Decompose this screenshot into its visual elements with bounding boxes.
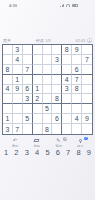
cell-r3c6[interactable] [52, 65, 62, 75]
game-info-bar: 简单 错误 1/3 02:41 [0, 36, 95, 44]
cell-r3c8[interactable]: 6 [72, 65, 82, 75]
cell-r1c7[interactable]: 8 [62, 45, 72, 55]
status-bar: 4:39 [0, 0, 95, 11]
cell-r4c5[interactable] [43, 75, 53, 85]
undo-icon: ↶ [13, 138, 17, 143]
cell-r3c2[interactable] [13, 65, 23, 75]
cell-r7c3[interactable] [23, 104, 33, 114]
cell-r2c6[interactable]: 3 [52, 55, 62, 65]
cell-r5c8[interactable]: 8 [72, 85, 82, 95]
cell-r7c6[interactable] [52, 104, 62, 114]
cell-r7c7[interactable] [62, 104, 72, 114]
cell-r9c7[interactable] [62, 124, 72, 134]
cell-r5c2[interactable]: 9 [13, 85, 23, 95]
cell-r9c2[interactable]: 7 [13, 124, 23, 134]
cell-r8c9[interactable]: 9 [82, 114, 92, 124]
cell-r8c4[interactable] [33, 114, 43, 124]
numpad-key-8[interactable]: 8 [76, 149, 80, 157]
cell-r8c6[interactable]: 6 [52, 114, 62, 124]
cell-r6c6[interactable]: 8 [52, 94, 62, 104]
cell-r9c5[interactable]: 8 [43, 124, 53, 134]
cell-r9c9[interactable] [82, 124, 92, 134]
numpad: 123456789 [0, 148, 95, 158]
cell-r2c7[interactable] [62, 55, 72, 65]
cell-r2c4[interactable] [33, 55, 43, 65]
cell-r1c5[interactable] [43, 45, 53, 55]
cell-r4c7[interactable]: 4 [62, 75, 72, 85]
cell-r4c4[interactable] [33, 75, 43, 85]
cell-r1c9[interactable] [82, 45, 92, 55]
numpad-key-2[interactable]: 2 [14, 149, 18, 157]
cell-r2c1[interactable] [3, 55, 13, 65]
cell-r3c9[interactable] [82, 65, 92, 75]
cell-r2c9[interactable]: 7 [82, 55, 92, 65]
cell-r6c4[interactable]: 2 [33, 94, 43, 104]
numpad-key-9[interactable]: 9 [87, 149, 91, 157]
cell-r6c2[interactable] [13, 94, 23, 104]
cell-r5c5[interactable] [43, 85, 53, 95]
mistakes-label: 错误 [36, 38, 44, 43]
cell-r1c6[interactable] [52, 45, 62, 55]
cell-r9c4[interactable] [33, 124, 43, 134]
cell-r7c4[interactable] [33, 104, 43, 114]
cell-r8c8[interactable]: 4 [72, 114, 82, 124]
bulb-icon [79, 138, 82, 143]
cell-r5c7[interactable]: 3 [62, 85, 72, 95]
cell-r4c9[interactable] [82, 75, 92, 85]
cell-r8c7[interactable] [62, 114, 72, 124]
numpad-key-6[interactable]: 6 [56, 149, 60, 157]
numpad-key-7[interactable]: 7 [66, 149, 70, 157]
cell-r7c8[interactable] [72, 104, 82, 114]
hint-count-badge: 1 [84, 137, 88, 141]
cell-r4c2[interactable]: 1 [13, 75, 23, 85]
cell-r4c6[interactable] [52, 75, 62, 85]
cell-r9c6[interactable] [52, 124, 62, 134]
cell-r3c7[interactable] [62, 65, 72, 75]
cell-r7c2[interactable] [13, 104, 23, 114]
cell-r7c1[interactable] [3, 104, 13, 114]
timer-value: 02:41 [75, 38, 85, 43]
sudoku-app-screen: 4:39 简单 错误 1/3 02:41 3894378761474961383… [0, 0, 95, 200]
status-time: 4:39 [9, 3, 17, 8]
cell-r1c2[interactable]: 3 [13, 45, 23, 55]
cell-r5c1[interactable]: 4 [3, 85, 13, 95]
cell-r8c3[interactable]: 5 [23, 114, 33, 124]
timer-group: 02:41 [75, 38, 92, 43]
cell-r9c3[interactable] [23, 124, 33, 134]
cell-r3c4[interactable] [33, 65, 43, 75]
cell-r6c8[interactable] [72, 94, 82, 104]
numpad-key-1[interactable]: 1 [4, 149, 8, 157]
cell-r6c9[interactable] [82, 94, 92, 104]
cell-r9c1[interactable]: 3 [3, 124, 13, 134]
cell-r5c6[interactable] [52, 85, 62, 95]
cell-r2c2[interactable]: 4 [13, 55, 23, 65]
undo-button[interactable]: ↶ 撤销 [7, 138, 23, 148]
hint-button[interactable]: 1 提示 [72, 138, 88, 148]
cell-r2c8[interactable] [72, 55, 82, 65]
mistakes-counter: 错误 1/3 [36, 38, 51, 43]
cell-r4c1[interactable] [3, 75, 13, 85]
notes-button[interactable]: ✎ 关 笔记 [50, 138, 66, 148]
pencil-icon: ✎ [56, 138, 60, 143]
cell-r1c1[interactable] [3, 45, 13, 55]
wifi-icon [66, 4, 70, 7]
erase-button[interactable]: 擦除 [29, 138, 45, 148]
cell-r3c3[interactable]: 7 [23, 65, 33, 75]
cellular-signal-icon [60, 4, 64, 8]
cell-r8c5[interactable] [43, 114, 53, 124]
cell-r4c3[interactable] [23, 75, 33, 85]
difficulty-label: 简单 [3, 38, 11, 43]
pause-button[interactable] [87, 38, 92, 43]
cell-r5c3[interactable]: 6 [23, 85, 33, 95]
cell-r6c7[interactable] [62, 94, 72, 104]
cell-r1c3[interactable] [23, 45, 33, 55]
cell-r2c5[interactable] [43, 55, 53, 65]
eraser-icon [34, 138, 39, 143]
numpad-key-3[interactable]: 3 [25, 149, 29, 157]
sudoku-board: 389437876147496138328515649378 [2, 44, 93, 135]
cell-r6c1[interactable] [3, 94, 13, 104]
numpad-key-5[interactable]: 5 [45, 149, 49, 157]
cell-r6c5[interactable] [43, 94, 53, 104]
cell-r3c1[interactable]: 8 [3, 65, 13, 75]
cell-r7c5[interactable]: 5 [43, 104, 53, 114]
cell-r7c9[interactable] [82, 104, 92, 114]
mistakes-value: 1/3 [45, 38, 51, 43]
cell-r5c9[interactable] [82, 85, 92, 95]
cell-r8c2[interactable] [13, 114, 23, 124]
cell-r8c1[interactable]: 1 [3, 114, 13, 124]
cell-r5c4[interactable]: 1 [33, 85, 43, 95]
cell-r9c8[interactable] [72, 124, 82, 134]
cell-r1c8[interactable]: 9 [72, 45, 82, 55]
battery-icon [72, 4, 78, 7]
cell-r6c3[interactable]: 3 [23, 94, 33, 104]
cell-r4c8[interactable]: 7 [72, 75, 82, 85]
numpad-key-4[interactable]: 4 [35, 149, 39, 157]
cell-r3c5[interactable] [43, 65, 53, 75]
cell-r2c3[interactable] [23, 55, 33, 65]
cell-r1c4[interactable] [33, 45, 43, 55]
status-icons [60, 4, 78, 8]
notes-toggle-badge: 关 [63, 137, 67, 141]
